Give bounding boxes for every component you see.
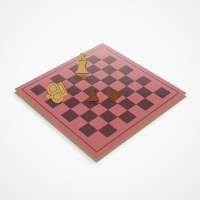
chessboard-photo: ♝ ♚ ♟ ♞ <box>0 0 200 200</box>
black-pawn-piece[interactable]: ♟ <box>84 86 102 104</box>
white-bishop-piece[interactable]: ♝ <box>69 50 95 78</box>
